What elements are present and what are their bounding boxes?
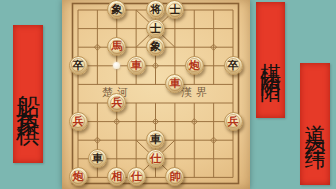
- pieces-layer[interactable]: 象将士士象馬卒車炮卒車兵兵兵車車仕炮相仕帥: [62, 0, 250, 189]
- banner-right-top-text: 棋法阴阳: [257, 46, 285, 74]
- highlight-dot: [113, 62, 120, 69]
- banner-left-text: 船长象棋: [12, 76, 44, 112]
- piece-black-advisor[interactable]: 士: [146, 19, 165, 38]
- banner-right-bottom: 道为经纬: [300, 63, 330, 185]
- piece-red-cannon[interactable]: 炮: [69, 167, 88, 186]
- piece-red-horse[interactable]: 馬: [107, 37, 126, 56]
- piece-red-advisor[interactable]: 仕: [146, 149, 165, 168]
- piece-red-cannon[interactable]: 炮: [185, 56, 204, 75]
- piece-black-chariot[interactable]: 車: [146, 130, 165, 149]
- xiangqi-board[interactable]: 楚河 漢界 象将士士象馬卒車炮卒車兵兵兵車車仕炮相仕帥: [62, 0, 250, 189]
- piece-black-general[interactable]: 将: [146, 0, 165, 19]
- banner-left: 船长象棋: [13, 25, 43, 163]
- piece-black-elephant[interactable]: 象: [146, 37, 165, 56]
- piece-red-chariot[interactable]: 車: [165, 74, 184, 93]
- piece-black-soldier[interactable]: 卒: [224, 56, 243, 75]
- piece-black-elephant[interactable]: 象: [107, 0, 126, 19]
- piece-red-soldier[interactable]: 兵: [224, 112, 243, 131]
- piece-red-elephant[interactable]: 相: [107, 167, 126, 186]
- banner-right-bottom-text: 道为经纬: [301, 108, 329, 140]
- piece-red-chariot[interactable]: 車: [127, 56, 146, 75]
- piece-red-soldier[interactable]: 兵: [69, 112, 88, 131]
- piece-black-soldier[interactable]: 卒: [69, 56, 88, 75]
- scene: 船长象棋: [0, 0, 336, 189]
- piece-red-general[interactable]: 帥: [165, 167, 184, 186]
- piece-black-advisor[interactable]: 士: [165, 0, 184, 19]
- piece-black-chariot[interactable]: 車: [88, 149, 107, 168]
- banner-right-top: 棋法阴阳: [256, 2, 285, 118]
- piece-red-soldier[interactable]: 兵: [107, 93, 126, 112]
- piece-red-advisor[interactable]: 仕: [127, 167, 146, 186]
